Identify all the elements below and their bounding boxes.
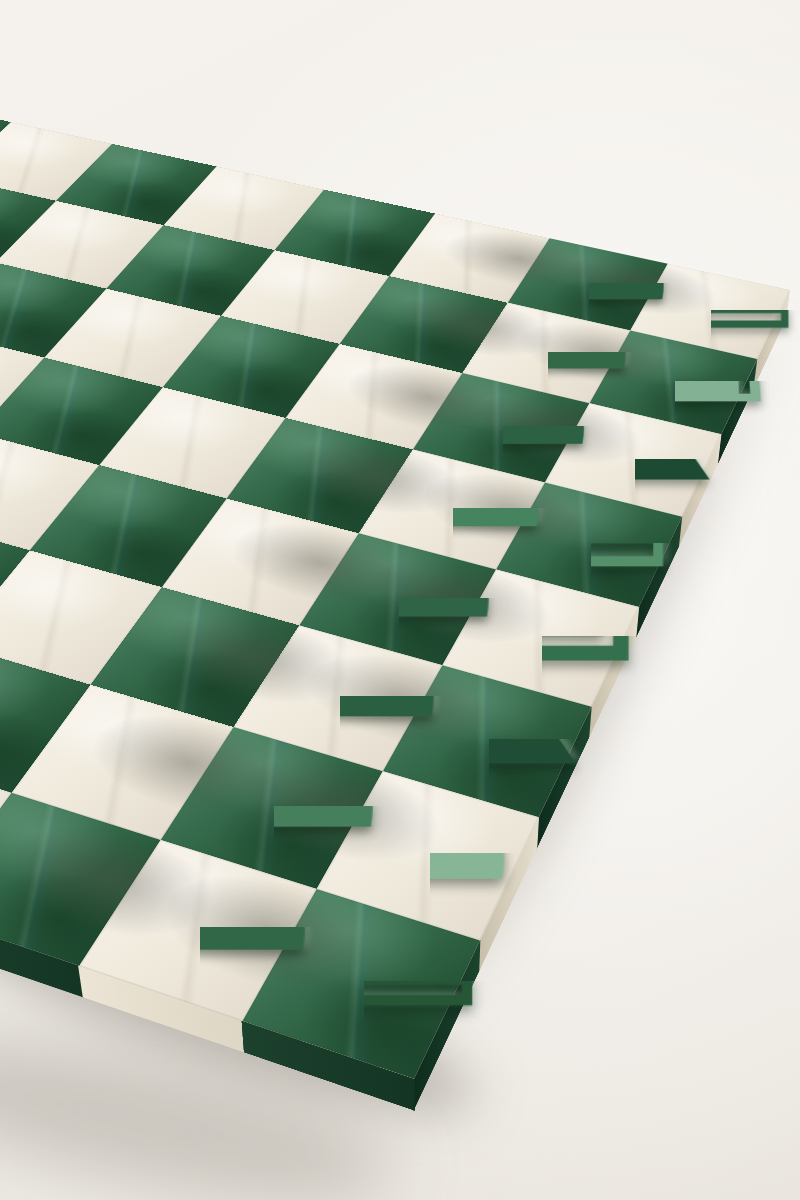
chess-board: ♟♜♟♞♟♝♟♛♟♚♟♝♟♞♟♜ <box>0 101 790 1079</box>
product-photo: ♟♜♟♞♟♝♟♛♟♚♟♝♟♞♟♜ Green and white marble … <box>0 0 800 1200</box>
square-h1[interactable]: ♜ <box>243 889 480 1079</box>
scene: ♟♜♟♞♟♝♟♛♟♚♟♝♟♞♟♜ <box>0 0 800 1200</box>
